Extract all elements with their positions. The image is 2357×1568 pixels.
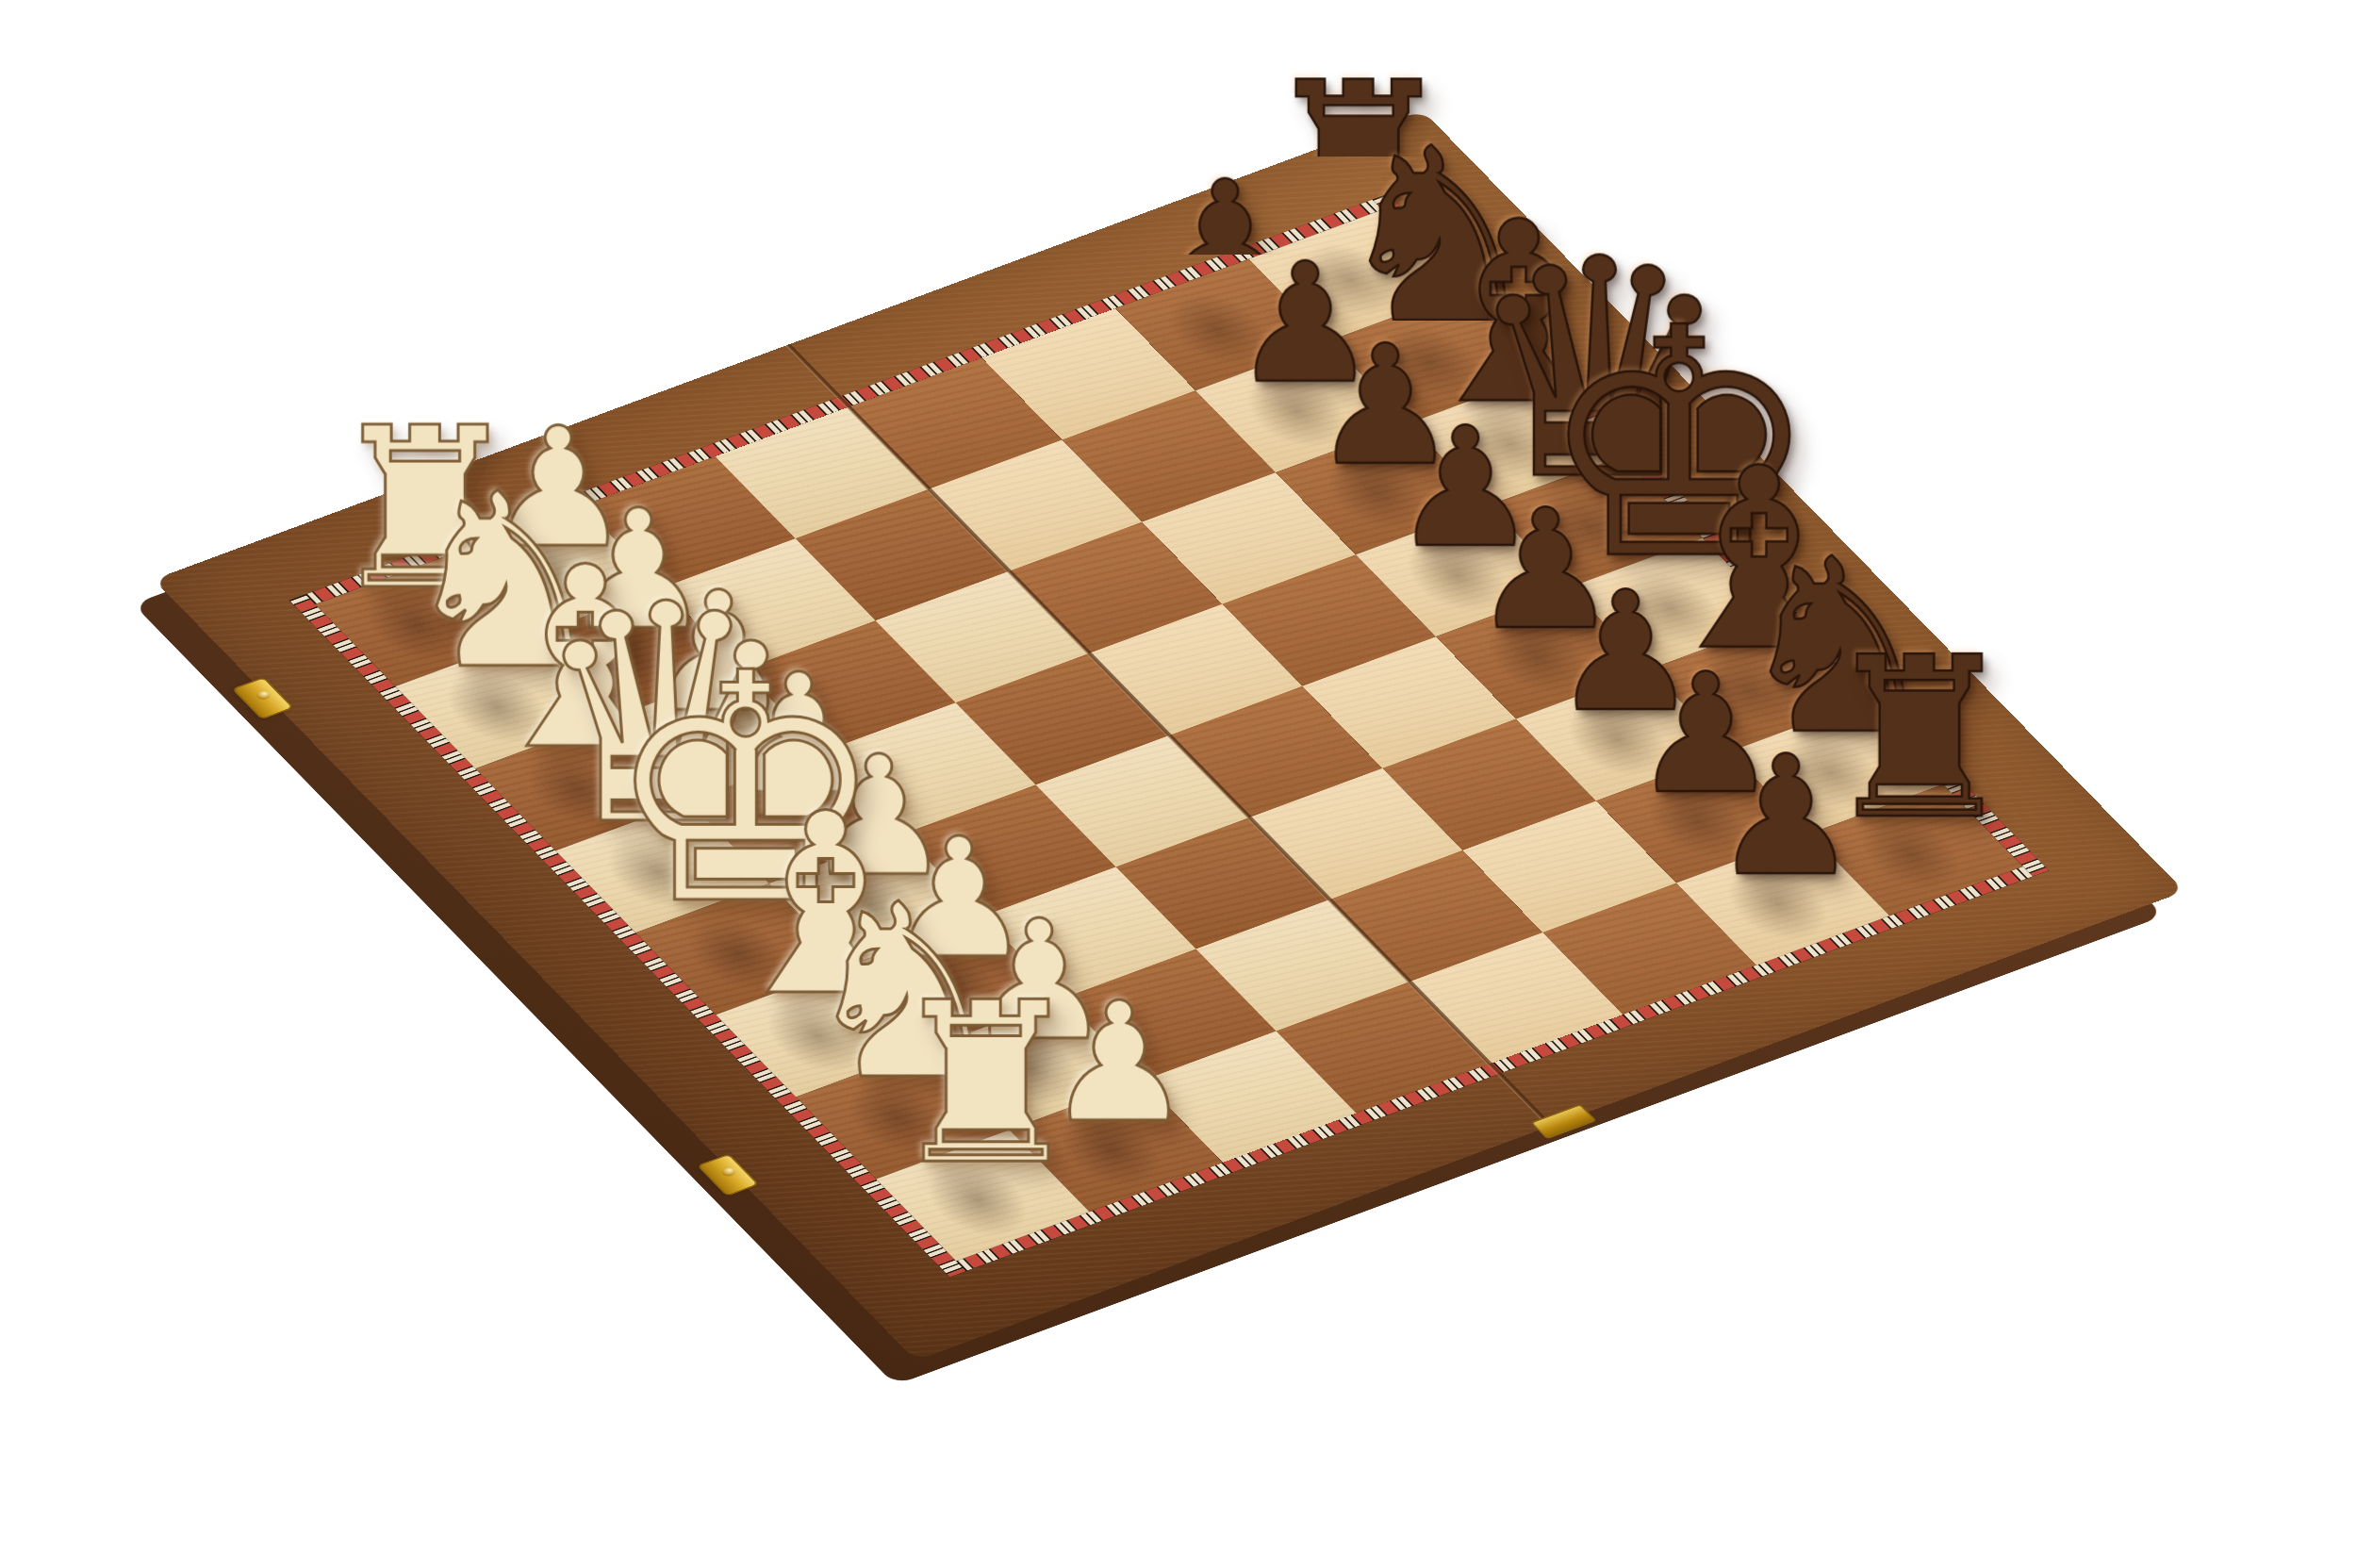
- chess-board: ♜♞♝♛♚♝♞♜♟♟♟♟♟♟♟♟♟♟♟♟♟♟♟♟♜♞♝♛♚♝♞♜: [154, 110, 2184, 1361]
- product-photo-scene: ♜♞♝♛♚♝♞♜♟♟♟♟♟♟♟♟♟♟♟♟♟♟♟♟♜♞♝♛♚♝♞♜: [0, 0, 2357, 1568]
- black-pawn-icon: ♟: [1597, 493, 1974, 899]
- board-grid: ♜♞♝♛♚♝♞♜♟♟♟♟♟♟♟♟♟♟♟♟♟♟♟♟♜♞♝♛♚♝♞♜: [315, 209, 2022, 1261]
- brass-hinge-icon: [1530, 1104, 1597, 1140]
- square-h1[interactable]: ♜: [876, 1130, 1089, 1261]
- board-frame: ♜♞♝♛♚♝♞♜♟♟♟♟♟♟♟♟♟♟♟♟♟♟♟♟♜♞♝♛♚♝♞♜: [154, 110, 2184, 1361]
- white-rook-icon: ♜: [797, 789, 1174, 1195]
- brass-latch-icon: [697, 1153, 759, 1196]
- brass-latch-icon: [232, 677, 294, 719]
- mosaic-inlay-border: ♜♞♝♛♚♝♞♜♟♟♟♟♟♟♟♟♟♟♟♟♟♟♟♟♜♞♝♛♚♝♞♜: [289, 194, 2049, 1278]
